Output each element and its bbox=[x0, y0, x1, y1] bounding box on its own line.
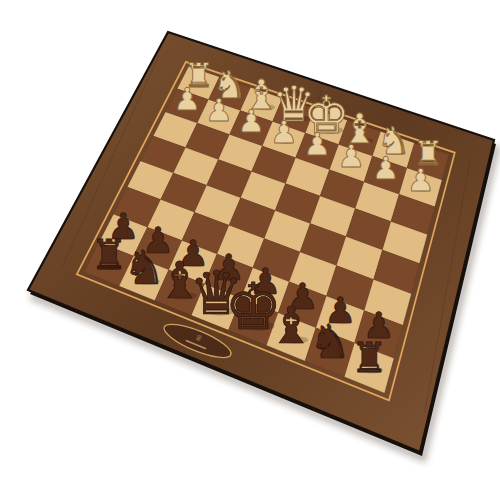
white-pawn-h2[interactable]: ♟ bbox=[407, 162, 435, 198]
white-pawn-g2[interactable]: ♟ bbox=[372, 150, 400, 186]
white-pawn-e2[interactable]: ♟ bbox=[303, 126, 331, 162]
white-pawn-d2[interactable]: ♟ bbox=[270, 114, 298, 150]
white-pawn-a2[interactable]: ♟ bbox=[173, 81, 201, 117]
black-rook-h8[interactable]: ♜ bbox=[351, 334, 388, 382]
white-pawn-c2[interactable]: ♟ bbox=[237, 103, 265, 139]
product-photo-chess-set: ♕♜♞♝♛♚♝♞♜♟♟♟♟♟♟♟♟♟♟♟♟♟♟♟♟♜♞♝♛♚♝♞♜ bbox=[0, 0, 500, 500]
black-knight-g8[interactable]: ♞ bbox=[309, 314, 351, 369]
black-rook-a8[interactable]: ♜ bbox=[90, 231, 127, 279]
white-pawn-b2[interactable]: ♟ bbox=[205, 92, 233, 128]
black-bishop-f8[interactable]: ♝ bbox=[268, 295, 314, 355]
white-pawn-f2[interactable]: ♟ bbox=[337, 138, 365, 174]
chess-board: ♕♜♞♝♛♚♝♞♜♟♟♟♟♟♟♟♟♟♟♟♟♟♟♟♟♜♞♝♛♚♝♞♜ bbox=[0, 0, 500, 500]
